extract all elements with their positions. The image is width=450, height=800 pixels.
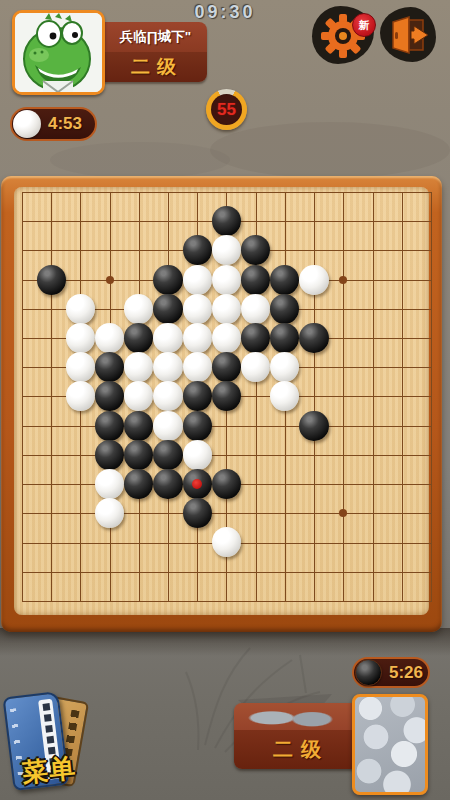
board-shadow — [0, 628, 450, 656]
board-cell[interactable] — [37, 586, 66, 615]
board-cell[interactable] — [270, 411, 299, 440]
white-stone — [212, 294, 241, 324]
board-cell[interactable] — [416, 353, 445, 382]
black-stone — [270, 265, 299, 295]
board-cell[interactable] — [387, 499, 416, 528]
board-cell[interactable] — [95, 586, 124, 615]
board-cell[interactable] — [241, 469, 270, 498]
board-cell[interactable] — [329, 440, 358, 469]
board-cell[interactable] — [7, 557, 36, 586]
board-cell[interactable] — [416, 499, 445, 528]
board-cell[interactable] — [416, 528, 445, 557]
board-cell[interactable] — [329, 382, 358, 411]
board-cell[interactable] — [358, 411, 387, 440]
board-cell[interactable] — [183, 323, 212, 352]
board-cell[interactable] — [416, 294, 445, 323]
board-cell[interactable] — [270, 440, 299, 469]
menu-button[interactable]: 菜单 — [6, 690, 92, 798]
board-cell[interactable] — [124, 236, 153, 265]
board-cell[interactable] — [212, 177, 241, 206]
board-cell[interactable] — [416, 411, 445, 440]
board-cell[interactable] — [416, 557, 445, 586]
board-cell[interactable] — [212, 440, 241, 469]
board-cell[interactable] — [358, 236, 387, 265]
board-cell[interactable] — [270, 294, 299, 323]
board-cell[interactable] — [7, 207, 36, 236]
board-cell[interactable] — [212, 207, 241, 236]
white-stone — [95, 469, 124, 499]
white-stone — [241, 352, 270, 382]
board-cell[interactable] — [7, 265, 36, 294]
board-cell[interactable] — [358, 207, 387, 236]
white-stone — [270, 352, 299, 382]
board-cell[interactable] — [270, 265, 299, 294]
black-stone — [183, 381, 212, 411]
board-cell[interactable] — [95, 323, 124, 352]
board-cell[interactable] — [66, 382, 95, 411]
board-cell[interactable] — [7, 353, 36, 382]
black-stone — [124, 411, 153, 441]
black-stone — [212, 469, 241, 499]
white-stone — [183, 440, 212, 470]
board-cell[interactable] — [387, 207, 416, 236]
board-cell[interactable] — [66, 265, 95, 294]
board-cell[interactable] — [416, 323, 445, 352]
board-cell[interactable] — [299, 236, 328, 265]
board-cell[interactable] — [358, 469, 387, 498]
board-cell[interactable] — [329, 323, 358, 352]
board-cell[interactable] — [7, 382, 36, 411]
black-stone — [241, 235, 270, 265]
board-cell[interactable] — [270, 353, 299, 382]
board-cell[interactable] — [270, 586, 299, 615]
board-cell[interactable] — [153, 207, 182, 236]
board-cell[interactable] — [212, 382, 241, 411]
white-stone — [153, 323, 182, 353]
board-cell[interactable] — [7, 323, 36, 352]
board-cell[interactable] — [358, 382, 387, 411]
board-cell[interactable] — [241, 236, 270, 265]
match-clock: 09:30 — [194, 2, 255, 23]
board-cell[interactable] — [153, 469, 182, 498]
board-cell[interactable] — [124, 557, 153, 586]
board-cell[interactable] — [270, 557, 299, 586]
board-cell[interactable] — [329, 177, 358, 206]
board-cell[interactable] — [329, 236, 358, 265]
board-cell[interactable] — [329, 294, 358, 323]
board-cell[interactable] — [66, 411, 95, 440]
board-cell[interactable] — [153, 177, 182, 206]
white-stone — [124, 294, 153, 324]
board-cell[interactable] — [66, 353, 95, 382]
board-cell[interactable] — [416, 177, 445, 206]
board-cell[interactable] — [358, 528, 387, 557]
player-timer-text: 4:53 — [48, 114, 82, 134]
board-cell[interactable] — [66, 207, 95, 236]
board-cell[interactable] — [37, 236, 66, 265]
board-cell[interactable] — [270, 528, 299, 557]
board-cell[interactable] — [37, 353, 66, 382]
board-cell[interactable] — [212, 499, 241, 528]
board-cell[interactable] — [358, 557, 387, 586]
board-cell[interactable] — [183, 440, 212, 469]
opponent-rank: 二级 — [234, 730, 360, 769]
board-cell[interactable] — [95, 353, 124, 382]
board-cell[interactable] — [7, 586, 36, 615]
black-stone — [95, 440, 124, 470]
white-stone — [183, 294, 212, 324]
board-cell[interactable] — [37, 265, 66, 294]
board-cell[interactable] — [387, 323, 416, 352]
board-cell[interactable] — [270, 236, 299, 265]
board-cell[interactable] — [183, 557, 212, 586]
board-cell[interactable] — [270, 207, 299, 236]
white-stone — [95, 323, 124, 353]
board-cell[interactable] — [7, 440, 36, 469]
board-cell[interactable] — [270, 469, 299, 498]
board-cell[interactable] — [358, 499, 387, 528]
board-cell[interactable] — [95, 411, 124, 440]
board-cell[interactable] — [241, 499, 270, 528]
board-cell[interactable] — [183, 411, 212, 440]
white-stone — [153, 411, 182, 441]
black-stone — [270, 323, 299, 353]
black-stone — [241, 265, 270, 295]
white-stone — [95, 498, 124, 528]
board-cell[interactable] — [358, 294, 387, 323]
white-stone — [270, 381, 299, 411]
board-cell[interactable] — [329, 411, 358, 440]
board-cell[interactable] — [124, 586, 153, 615]
board-cell[interactable] — [387, 557, 416, 586]
board-cell[interactable] — [95, 294, 124, 323]
black-stone-icon — [355, 659, 382, 686]
board-cell[interactable] — [241, 265, 270, 294]
board-cell[interactable] — [212, 557, 241, 586]
player-timer: 4:53 — [10, 107, 97, 141]
board-cell[interactable] — [66, 440, 95, 469]
board-cell[interactable] — [183, 382, 212, 411]
board-cell[interactable] — [387, 294, 416, 323]
board-cell[interactable] — [153, 265, 182, 294]
board-cell[interactable] — [95, 207, 124, 236]
opponent-timer: 5:26 — [352, 657, 430, 688]
board-cell[interactable] — [241, 353, 270, 382]
white-stone — [124, 352, 153, 382]
board-cell[interactable] — [416, 586, 445, 615]
board-cell[interactable] — [95, 236, 124, 265]
board-cell[interactable] — [7, 294, 36, 323]
white-stone — [299, 265, 328, 295]
board-cell[interactable] — [299, 499, 328, 528]
board-cell[interactable] — [95, 528, 124, 557]
board-cell[interactable] — [329, 557, 358, 586]
board-cell[interactable] — [66, 557, 95, 586]
white-stone — [66, 323, 95, 353]
board-cell[interactable] — [37, 440, 66, 469]
board-cell[interactable] — [95, 469, 124, 498]
board-cell[interactable] — [37, 207, 66, 236]
board-cell[interactable] — [183, 586, 212, 615]
board-cell[interactable] — [124, 382, 153, 411]
board-cell[interactable] — [7, 236, 36, 265]
board-cell[interactable] — [95, 265, 124, 294]
board-cell[interactable] — [241, 382, 270, 411]
board-cell[interactable] — [329, 207, 358, 236]
black-stone — [299, 411, 328, 441]
board-cell[interactable] — [66, 469, 95, 498]
white-stone — [153, 381, 182, 411]
opponent-name-plate: 二级 — [234, 703, 360, 769]
board-cell[interactable] — [183, 265, 212, 294]
board-cell[interactable] — [183, 469, 212, 498]
board-cell[interactable] — [37, 382, 66, 411]
board-cell[interactable] — [153, 294, 182, 323]
board-cell[interactable] — [124, 353, 153, 382]
board-cell[interactable] — [124, 294, 153, 323]
board-cell[interactable] — [241, 586, 270, 615]
board-cell[interactable] — [212, 294, 241, 323]
board-cell[interactable] — [241, 411, 270, 440]
board-cell[interactable] — [124, 528, 153, 557]
opponent-avatar-stones-image[interactable] — [352, 694, 428, 795]
white-stone — [212, 235, 241, 265]
board-cell[interactable] — [416, 207, 445, 236]
board-cell[interactable] — [66, 236, 95, 265]
board-cell[interactable] — [241, 177, 270, 206]
board-cell[interactable] — [416, 265, 445, 294]
board-cell[interactable] — [270, 382, 299, 411]
gomoku-board — [1, 176, 442, 632]
white-stone — [183, 323, 212, 353]
board-cell[interactable] — [153, 499, 182, 528]
white-stone — [183, 265, 212, 295]
board-cell[interactable] — [387, 469, 416, 498]
black-stone — [212, 381, 241, 411]
board-cell[interactable] — [37, 469, 66, 498]
board-cell[interactable] — [37, 528, 66, 557]
board-cell[interactable] — [7, 469, 36, 498]
white-stone — [212, 527, 241, 557]
board-cell[interactable] — [212, 323, 241, 352]
board-cell[interactable] — [153, 440, 182, 469]
board-cell[interactable] — [212, 528, 241, 557]
black-stone — [299, 323, 328, 353]
dinosaur-avatar-image — [15, 13, 102, 92]
board-cell[interactable] — [329, 353, 358, 382]
board-cell[interactable] — [387, 440, 416, 469]
board-cell[interactable] — [124, 440, 153, 469]
black-stone — [183, 498, 212, 528]
black-stone — [212, 206, 241, 236]
black-stone — [153, 440, 182, 470]
black-stone — [124, 323, 153, 353]
black-stone — [241, 323, 270, 353]
board-cell[interactable] — [299, 353, 328, 382]
board-cell[interactable] — [329, 265, 358, 294]
black-stone — [153, 469, 182, 499]
board-cell[interactable] — [329, 499, 358, 528]
board-cell[interactable] — [416, 382, 445, 411]
white-stone — [153, 352, 182, 382]
board-cell[interactable] — [37, 557, 66, 586]
board-cell[interactable] — [387, 236, 416, 265]
board-cell[interactable] — [66, 528, 95, 557]
black-stone — [270, 294, 299, 324]
board-cell[interactable] — [124, 323, 153, 352]
board-cell[interactable] — [153, 557, 182, 586]
board-cell[interactable] — [183, 236, 212, 265]
black-stone — [95, 411, 124, 441]
board-cell[interactable] — [37, 499, 66, 528]
board-cell[interactable] — [212, 469, 241, 498]
board-cell[interactable] — [183, 353, 212, 382]
board-cell[interactable] — [124, 207, 153, 236]
board-cell[interactable] — [183, 528, 212, 557]
board-cell[interactable] — [358, 177, 387, 206]
board-cell[interactable] — [358, 586, 387, 615]
board-cell[interactable] — [329, 469, 358, 498]
board-cell[interactable] — [95, 499, 124, 528]
board-cell[interactable] — [299, 382, 328, 411]
board-cell[interactable] — [241, 323, 270, 352]
board-cell[interactable] — [358, 265, 387, 294]
board-cell[interactable] — [387, 586, 416, 615]
white-stone — [66, 381, 95, 411]
white-stone — [66, 294, 95, 324]
board-cell[interactable] — [124, 411, 153, 440]
board-cell[interactable] — [299, 294, 328, 323]
board-cell[interactable] — [153, 382, 182, 411]
white-stone — [212, 323, 241, 353]
board-cell[interactable] — [270, 177, 299, 206]
board-cell[interactable] — [153, 586, 182, 615]
board-cell[interactable] — [329, 586, 358, 615]
white-stone-icon — [13, 110, 41, 138]
board-cell[interactable] — [183, 207, 212, 236]
board-cell[interactable] — [241, 440, 270, 469]
board-cell[interactable] — [387, 265, 416, 294]
board-cell[interactable] — [241, 207, 270, 236]
board-cell[interactable] — [153, 411, 182, 440]
board-cell[interactable] — [416, 469, 445, 498]
board-cell[interactable] — [358, 440, 387, 469]
black-stone — [95, 381, 124, 411]
exit-button[interactable] — [387, 14, 429, 60]
black-stone — [124, 440, 153, 470]
board-cell[interactable] — [212, 353, 241, 382]
board-cell[interactable] — [37, 411, 66, 440]
board-cell[interactable] — [66, 499, 95, 528]
board-cell[interactable] — [7, 499, 36, 528]
board-cell[interactable] — [387, 411, 416, 440]
board-cell[interactable] — [66, 177, 95, 206]
board-cell[interactable] — [270, 499, 299, 528]
board-cell[interactable] — [387, 177, 416, 206]
board-cell[interactable] — [153, 236, 182, 265]
board-cell[interactable] — [416, 440, 445, 469]
board-cell[interactable] — [299, 323, 328, 352]
board-cell[interactable] — [299, 469, 328, 498]
board-cell[interactable] — [124, 499, 153, 528]
board-cell[interactable] — [153, 528, 182, 557]
board-cell[interactable] — [183, 499, 212, 528]
black-stone — [153, 294, 182, 324]
board-cell[interactable] — [387, 382, 416, 411]
player-name-plate: 兵临∏城下" 二级 — [96, 22, 207, 82]
board-cell[interactable] — [241, 557, 270, 586]
board-cell[interactable] — [37, 294, 66, 323]
board-cell[interactable] — [212, 586, 241, 615]
board-cell[interactable] — [37, 177, 66, 206]
board-cell[interactable] — [95, 382, 124, 411]
board-cell[interactable] — [299, 265, 328, 294]
board-cell[interactable] — [7, 177, 36, 206]
black-stone — [212, 352, 241, 382]
board-cell[interactable] — [212, 265, 241, 294]
board-cell[interactable] — [153, 323, 182, 352]
board-cell[interactable] — [124, 469, 153, 498]
white-stone — [241, 294, 270, 324]
board-cell[interactable] — [212, 236, 241, 265]
board-cell[interactable] — [153, 353, 182, 382]
game-screen: 09:30 兵临∏城下" 二级 — [0, 0, 450, 800]
board-cell[interactable] — [299, 528, 328, 557]
board-cell[interactable] — [95, 177, 124, 206]
board-cell[interactable] — [358, 353, 387, 382]
player-name: 兵临∏城下" — [96, 22, 207, 52]
board-cell[interactable] — [358, 323, 387, 352]
board-cell[interactable] — [299, 586, 328, 615]
move-countdown: 55 — [206, 89, 247, 130]
opponent-timer-text: 5:26 — [389, 663, 423, 683]
black-stone — [153, 265, 182, 295]
board-cell[interactable] — [299, 557, 328, 586]
board-cell[interactable] — [183, 294, 212, 323]
black-stone — [95, 352, 124, 382]
board-cell[interactable] — [37, 323, 66, 352]
board-cell[interactable] — [7, 528, 36, 557]
board-cell[interactable] — [387, 353, 416, 382]
board-cell[interactable] — [183, 177, 212, 206]
board-cell[interactable] — [66, 294, 95, 323]
board-cell[interactable] — [299, 207, 328, 236]
player-avatar[interactable] — [12, 10, 105, 95]
board-cell[interactable] — [124, 177, 153, 206]
board-cell[interactable] — [299, 177, 328, 206]
board-cells — [7, 177, 445, 615]
black-stone — [37, 265, 66, 295]
black-stone — [124, 469, 153, 499]
board-cell[interactable] — [124, 265, 153, 294]
board-cell[interactable] — [241, 528, 270, 557]
board-cell[interactable] — [241, 294, 270, 323]
board-cell[interactable] — [95, 557, 124, 586]
black-stone — [183, 411, 212, 441]
board-cell[interactable] — [66, 586, 95, 615]
board-cell[interactable] — [416, 236, 445, 265]
board-cell[interactable] — [212, 411, 241, 440]
board-cell[interactable] — [329, 528, 358, 557]
board-cell[interactable] — [299, 411, 328, 440]
board-cell[interactable] — [299, 440, 328, 469]
board-cell[interactable] — [7, 411, 36, 440]
board-cell[interactable] — [66, 323, 95, 352]
board-cell[interactable] — [270, 323, 299, 352]
player-rank: 二级 — [96, 52, 207, 82]
board-cell[interactable] — [387, 528, 416, 557]
board-cell[interactable] — [95, 440, 124, 469]
